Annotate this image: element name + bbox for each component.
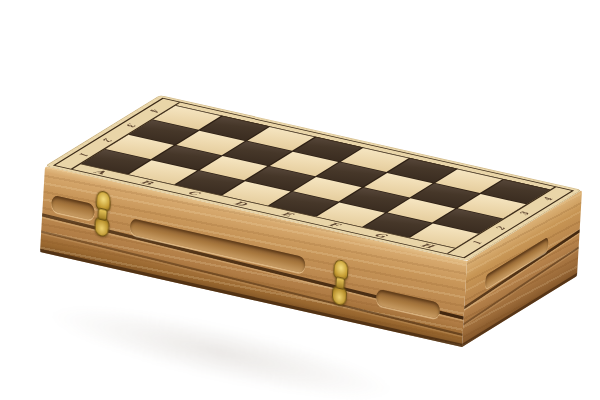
rank-label-text: 3 <box>123 123 139 128</box>
rank-label-text: 3 <box>516 211 532 216</box>
rank-label-text: 4 <box>540 196 556 201</box>
rank-label-text: 4 <box>147 108 163 113</box>
rank-label-text: 1 <box>469 240 485 245</box>
product-photo: 4321 4321 ABCDEFGH <box>0 0 600 400</box>
rank-label-text: 1 <box>76 152 92 157</box>
brass-clasp-left <box>94 190 112 244</box>
rank-label-text: 2 <box>492 226 508 231</box>
brass-clasp-right <box>331 258 349 312</box>
rank-label-text: 2 <box>100 137 116 142</box>
clasp-hook <box>98 207 108 221</box>
clasp-hook <box>335 276 345 290</box>
